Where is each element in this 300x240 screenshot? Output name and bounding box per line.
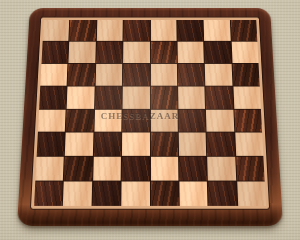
square-a2 [35,157,64,181]
square-d8 [124,20,150,41]
square-c3 [94,133,122,156]
square-e7 [150,42,176,63]
square-c5 [95,86,122,108]
square-g3 [207,133,235,156]
square-g4 [206,109,234,132]
square-d6 [123,64,150,86]
square-f6 [178,64,205,86]
square-g2 [207,157,235,181]
square-h2 [236,157,265,181]
square-f2 [179,157,207,181]
square-g1 [208,182,237,206]
square-d5 [123,86,150,108]
square-f1 [179,182,207,206]
board-grid [34,20,266,206]
square-h8 [230,20,257,41]
square-f5 [178,86,205,108]
square-e1 [150,182,178,206]
square-b3 [65,133,93,156]
square-g7 [204,42,231,63]
board-inner-border [31,18,269,209]
square-b8 [70,20,97,41]
square-a4 [38,109,66,132]
square-f7 [177,42,204,63]
square-c4 [94,109,121,132]
square-e5 [150,86,177,108]
square-e8 [150,20,176,41]
square-e2 [150,157,178,181]
square-h3 [235,133,263,156]
square-a8 [43,20,70,41]
square-d4 [122,109,149,132]
square-h1 [237,182,266,206]
square-a1 [34,182,63,206]
square-b5 [67,86,94,108]
square-g6 [205,64,232,86]
square-b7 [69,42,96,63]
square-b2 [64,157,92,181]
square-c6 [95,64,122,86]
square-b6 [68,64,95,86]
square-e4 [150,109,177,132]
square-b1 [63,182,92,206]
square-h6 [232,64,259,86]
square-c8 [97,20,123,41]
square-a7 [42,42,69,63]
square-a3 [37,133,65,156]
square-h7 [231,42,258,63]
square-h5 [233,86,261,108]
square-d7 [123,42,149,63]
square-f3 [179,133,207,156]
square-c7 [96,42,123,63]
square-e3 [150,133,177,156]
square-e6 [150,64,177,86]
square-a6 [40,64,67,86]
square-h4 [234,109,262,132]
square-d1 [121,182,149,206]
square-c2 [93,157,121,181]
photo-background: CHESSBAZAAR [0,0,300,240]
square-f4 [178,109,205,132]
square-g5 [206,86,233,108]
square-d3 [122,133,149,156]
square-f8 [177,20,203,41]
square-a5 [39,86,67,108]
square-c1 [92,182,120,206]
square-g8 [204,20,231,41]
square-b4 [66,109,94,132]
chess-board [17,8,283,226]
square-d2 [122,157,150,181]
